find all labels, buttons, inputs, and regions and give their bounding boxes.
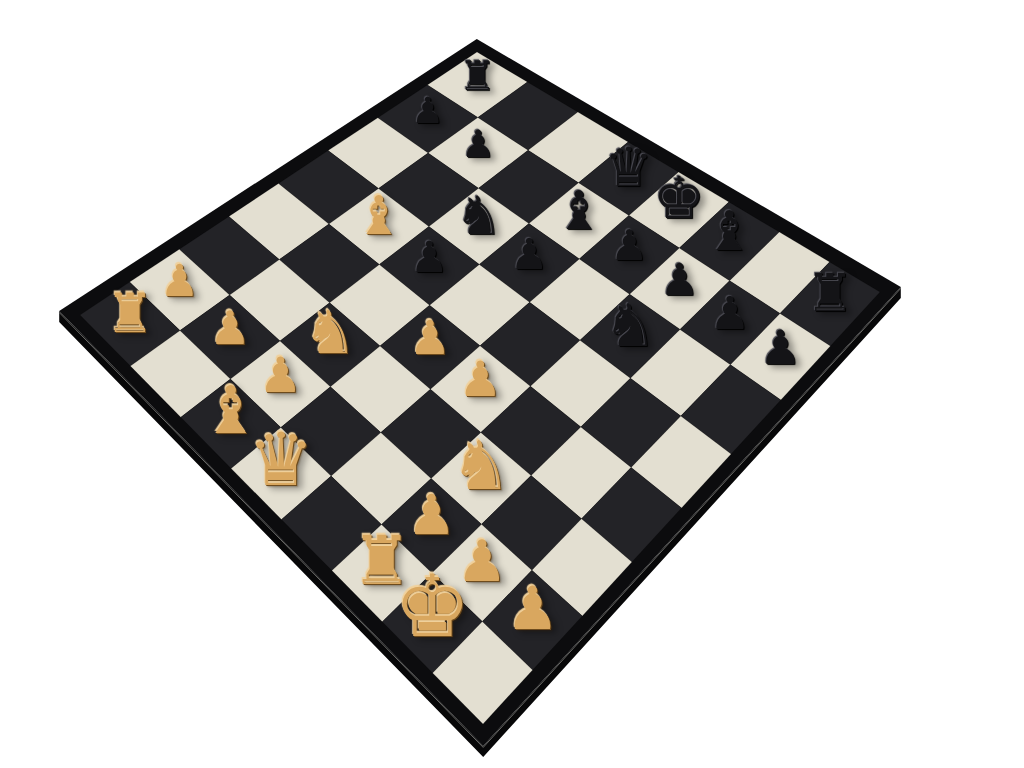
piece-black-pawn-e7[interactable]: ♟ (610, 225, 648, 268)
piece-white-pawn-c2[interactable]: ♟ (259, 351, 302, 400)
piece-black-pawn-h7[interactable]: ♟ (759, 324, 801, 371)
piece-black-king-e8[interactable]: ♚ (653, 170, 705, 228)
piece-white-bishop-b5[interactable]: ♝ (355, 189, 403, 243)
piece-white-pawn-h2[interactable]: ♟ (506, 579, 559, 639)
piece-white-knight-f3[interactable]: ♞ (451, 432, 512, 500)
piece-white-pawn-f2[interactable]: ♟ (407, 488, 456, 543)
piece-black-rook-h8[interactable]: ♜ (806, 267, 853, 320)
piece-black-bishop-f8[interactable]: ♝ (705, 204, 754, 259)
piece-white-queen-d1[interactable]: ♛ (248, 423, 314, 496)
piece-black-rook-a8[interactable]: ♜ (459, 56, 496, 97)
piece-white-knight-c3[interactable]: ♞ (303, 304, 356, 364)
piece-black-queen-d8[interactable]: ♛ (604, 141, 653, 195)
piece-black-knight-c6[interactable]: ♞ (455, 190, 502, 243)
piece-black-bishop-d7[interactable]: ♝ (555, 184, 603, 237)
piece-white-pawn-a2[interactable]: ♟ (160, 259, 200, 303)
chess-board-photo: ♜♜♛♚♝♝♞♞♟♟♟♟♟♟♟♟♝♟♟♞♞♟♟♟♟♟♟♜♝♛♜♚ (0, 0, 1024, 768)
piece-black-pawn-b7[interactable]: ♟ (461, 127, 495, 165)
piece-white-pawn-d4[interactable]: ♟ (409, 315, 451, 362)
piece-white-king-g1[interactable]: ♚ (394, 564, 470, 649)
piece-white-rook-a1[interactable]: ♜ (106, 287, 154, 341)
piece-white-pawn-b2[interactable]: ♟ (209, 305, 251, 351)
piece-black-pawn-c5[interactable]: ♟ (410, 236, 449, 279)
board-svg (0, 0, 1024, 768)
piece-white-pawn-e4[interactable]: ♟ (459, 355, 503, 404)
piece-black-pawn-a7[interactable]: ♟ (412, 94, 444, 130)
piece-black-knight-f6[interactable]: ♞ (604, 295, 657, 354)
piece-black-pawn-f7[interactable]: ♟ (660, 258, 700, 302)
piece-black-pawn-d6[interactable]: ♟ (510, 233, 548, 276)
piece-black-pawn-g7[interactable]: ♟ (710, 291, 751, 337)
